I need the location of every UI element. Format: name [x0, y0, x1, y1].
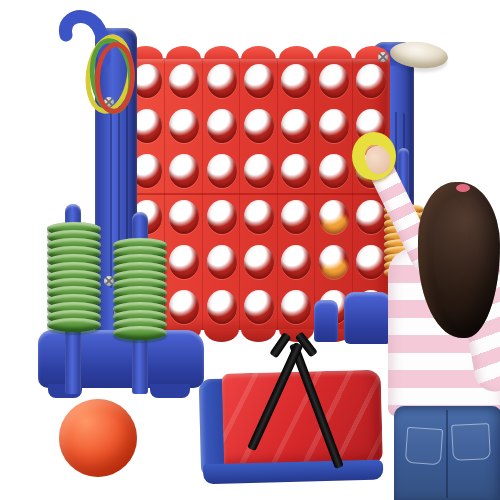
board-hole	[356, 200, 386, 234]
board-hole	[244, 64, 274, 98]
board-hole	[319, 154, 349, 188]
board-hole	[356, 245, 386, 279]
board-hole	[281, 200, 311, 234]
board-hole	[244, 200, 274, 234]
board-hole	[281, 154, 311, 188]
board-hole	[281, 64, 311, 98]
board-hole	[281, 245, 311, 279]
ring-stack-green	[47, 222, 101, 332]
jeans-seam	[446, 410, 448, 498]
board-hole	[207, 200, 237, 234]
jeans-pocket	[405, 427, 443, 465]
board-hole	[207, 109, 237, 143]
base-foot-right	[314, 300, 338, 342]
play-ball	[59, 399, 137, 477]
green-toss-ring	[113, 326, 167, 340]
board-hole	[319, 109, 349, 143]
board-hole	[169, 200, 199, 234]
board-hole	[244, 154, 274, 188]
board-hole	[169, 245, 199, 279]
ring-stack-green	[113, 238, 167, 340]
board-hole	[169, 64, 199, 98]
hair-clip	[456, 184, 470, 192]
board-hole	[169, 109, 199, 143]
jeans-pocket	[451, 423, 491, 461]
board-hole	[356, 64, 386, 98]
connect-four-board	[128, 58, 390, 330]
base-foot-right	[344, 292, 392, 344]
bag-bottom-panel	[203, 460, 383, 485]
green-toss-ring	[47, 318, 101, 332]
board-hole	[244, 245, 274, 279]
board-hole	[244, 290, 274, 324]
foot-pad	[150, 384, 190, 398]
board-hole	[281, 290, 311, 324]
board-hole	[207, 64, 237, 98]
scallop-bump	[204, 329, 239, 342]
board-hole	[207, 245, 237, 279]
board-hole	[244, 109, 274, 143]
connect-four-board-grid	[128, 58, 390, 330]
board-hole	[319, 245, 349, 279]
board-hole	[319, 200, 349, 234]
product-photo-scene	[0, 0, 500, 500]
board-hole	[207, 154, 237, 188]
board-hole	[319, 64, 349, 98]
carry-bag	[199, 370, 384, 485]
board-hole	[169, 154, 199, 188]
board-hole	[207, 290, 237, 324]
board-hole	[281, 109, 311, 143]
bag-main-panel	[222, 370, 383, 468]
scallop-bump	[241, 329, 276, 342]
board-hole	[169, 290, 199, 324]
screw-icon	[378, 52, 388, 62]
